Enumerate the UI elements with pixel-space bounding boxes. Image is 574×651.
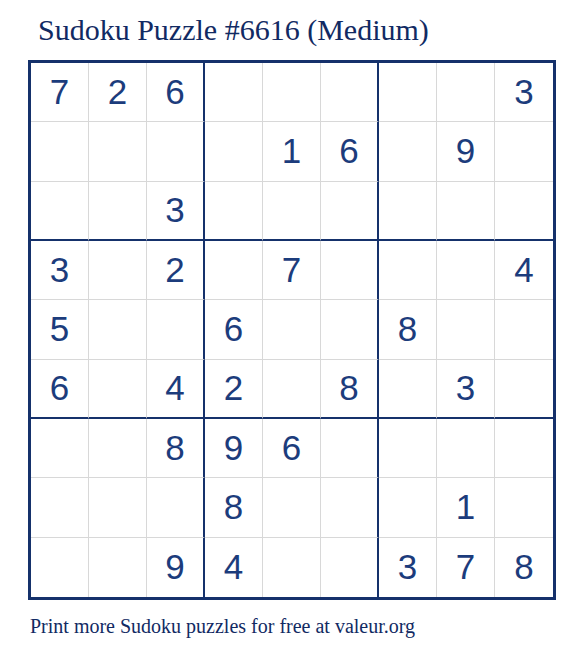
cell-r4c6 <box>321 241 379 300</box>
cell-r9c2 <box>89 538 147 597</box>
cell-r8c1 <box>31 478 89 537</box>
cell-r2c9 <box>495 122 553 181</box>
cell-r1c5 <box>263 63 321 122</box>
cell-r9c4: 4 <box>205 538 263 597</box>
cell-r3c7 <box>379 182 437 241</box>
cell-r1c4 <box>205 63 263 122</box>
cell-r2c8: 9 <box>437 122 495 181</box>
footer-text: Print more Sudoku puzzles for free at va… <box>30 615 415 638</box>
cell-r1c3: 6 <box>147 63 205 122</box>
cell-r7c3: 8 <box>147 419 205 478</box>
cell-r7c9 <box>495 419 553 478</box>
sudoku-page: Sudoku Puzzle #6616 (Medium) 72631693327… <box>0 0 574 651</box>
cell-r6c4: 2 <box>205 360 263 419</box>
cell-r3c3: 3 <box>147 182 205 241</box>
cell-r3c9 <box>495 182 553 241</box>
cell-r1c9: 3 <box>495 63 553 122</box>
cell-r1c7 <box>379 63 437 122</box>
cell-r4c1: 3 <box>31 241 89 300</box>
cell-r4c8 <box>437 241 495 300</box>
cell-r4c4 <box>205 241 263 300</box>
cell-r3c2 <box>89 182 147 241</box>
cell-r5c2 <box>89 300 147 359</box>
cell-r8c5 <box>263 478 321 537</box>
cell-r2c1 <box>31 122 89 181</box>
cell-r5c9 <box>495 300 553 359</box>
cell-r5c6 <box>321 300 379 359</box>
cell-r6c7 <box>379 360 437 419</box>
cell-r2c7 <box>379 122 437 181</box>
cell-r4c9: 4 <box>495 241 553 300</box>
cell-r7c7 <box>379 419 437 478</box>
cell-r6c5 <box>263 360 321 419</box>
cell-r6c1: 6 <box>31 360 89 419</box>
cell-r2c6: 6 <box>321 122 379 181</box>
cell-r5c1: 5 <box>31 300 89 359</box>
cell-r2c2 <box>89 122 147 181</box>
cell-r6c2 <box>89 360 147 419</box>
cell-r9c8: 7 <box>437 538 495 597</box>
cell-r9c7: 3 <box>379 538 437 597</box>
cell-r5c4: 6 <box>205 300 263 359</box>
cell-r7c1 <box>31 419 89 478</box>
cell-r3c5 <box>263 182 321 241</box>
cell-r8c3 <box>147 478 205 537</box>
cell-r5c7: 8 <box>379 300 437 359</box>
cell-r9c5 <box>263 538 321 597</box>
cell-r4c7 <box>379 241 437 300</box>
cell-r9c1 <box>31 538 89 597</box>
cell-r6c6: 8 <box>321 360 379 419</box>
cell-r8c2 <box>89 478 147 537</box>
cell-r8c7 <box>379 478 437 537</box>
cell-r7c8 <box>437 419 495 478</box>
cell-r8c4: 8 <box>205 478 263 537</box>
cell-r9c9: 8 <box>495 538 553 597</box>
cell-r7c6 <box>321 419 379 478</box>
cell-r2c4 <box>205 122 263 181</box>
cell-r6c8: 3 <box>437 360 495 419</box>
cell-r8c9 <box>495 478 553 537</box>
cell-r3c4 <box>205 182 263 241</box>
cell-r9c6 <box>321 538 379 597</box>
cell-r2c5: 1 <box>263 122 321 181</box>
sudoku-board: 726316933274568642838968194378 <box>28 60 556 600</box>
cell-r5c5 <box>263 300 321 359</box>
cell-r3c1 <box>31 182 89 241</box>
cell-r3c8 <box>437 182 495 241</box>
page-title: Sudoku Puzzle #6616 (Medium) <box>38 12 429 48</box>
cell-r1c2: 2 <box>89 63 147 122</box>
cell-r9c3: 9 <box>147 538 205 597</box>
cell-r8c8: 1 <box>437 478 495 537</box>
cell-r8c6 <box>321 478 379 537</box>
cell-r1c8 <box>437 63 495 122</box>
cell-r4c5: 7 <box>263 241 321 300</box>
cell-r7c4: 9 <box>205 419 263 478</box>
cell-r4c2 <box>89 241 147 300</box>
cell-r3c6 <box>321 182 379 241</box>
cell-r7c2 <box>89 419 147 478</box>
cell-r5c3 <box>147 300 205 359</box>
cell-r4c3: 2 <box>147 241 205 300</box>
cell-r2c3 <box>147 122 205 181</box>
cell-r7c5: 6 <box>263 419 321 478</box>
cell-r5c8 <box>437 300 495 359</box>
cell-r1c1: 7 <box>31 63 89 122</box>
cell-r6c9 <box>495 360 553 419</box>
cell-r6c3: 4 <box>147 360 205 419</box>
cell-r1c6 <box>321 63 379 122</box>
